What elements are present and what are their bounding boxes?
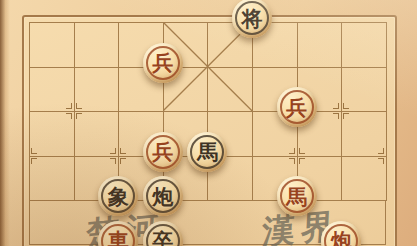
- piece-character: 車: [98, 221, 138, 246]
- board-cell[interactable]: [74, 67, 119, 112]
- piece-character: 馬: [277, 176, 317, 216]
- piece-red-chariot[interactable]: 車: [98, 221, 138, 246]
- piece-character: 炮: [143, 176, 183, 216]
- board-cell[interactable]: [74, 111, 119, 156]
- piece-character: 炮: [321, 221, 361, 246]
- piece-character: 将: [232, 0, 272, 38]
- board-cell[interactable]: [341, 22, 386, 67]
- board-grid[interactable]: [29, 22, 387, 201]
- piece-red-soldier[interactable]: 兵: [143, 132, 183, 172]
- board-cell[interactable]: [207, 67, 252, 112]
- board-cell[interactable]: [29, 22, 74, 67]
- piece-black-horse[interactable]: 馬: [187, 132, 227, 172]
- board-cell[interactable]: [29, 111, 74, 156]
- piece-character: 兵: [277, 87, 317, 127]
- piece-red-cannon[interactable]: 炮: [321, 221, 361, 246]
- board-cell[interactable]: [29, 67, 74, 112]
- board-cell[interactable]: [29, 156, 74, 201]
- piece-black-cannon[interactable]: 炮: [143, 176, 183, 216]
- piece-character: 象: [98, 176, 138, 216]
- piece-red-soldier[interactable]: 兵: [143, 43, 183, 83]
- piece-red-soldier[interactable]: 兵: [277, 87, 317, 127]
- board-cell[interactable]: [341, 111, 386, 156]
- piece-character: 兵: [143, 43, 183, 83]
- piece-character: 兵: [143, 132, 183, 172]
- piece-black-soldier[interactable]: 卒: [143, 221, 183, 246]
- board-cell[interactable]: [297, 22, 342, 67]
- piece-character: 馬: [187, 132, 227, 172]
- piece-red-horse[interactable]: 馬: [277, 176, 317, 216]
- xiangqi-board-screen: 楚河 漢界 将兵兵兵馬象炮馬車卒炮: [0, 0, 417, 246]
- piece-black-elephant[interactable]: 象: [98, 176, 138, 216]
- piece-character: 卒: [143, 221, 183, 246]
- board-cell[interactable]: [341, 156, 386, 201]
- piece-black-general[interactable]: 将: [232, 0, 272, 38]
- board-cell[interactable]: [74, 22, 119, 67]
- left-edge-shadow: [0, 0, 10, 246]
- board-cell[interactable]: [341, 67, 386, 112]
